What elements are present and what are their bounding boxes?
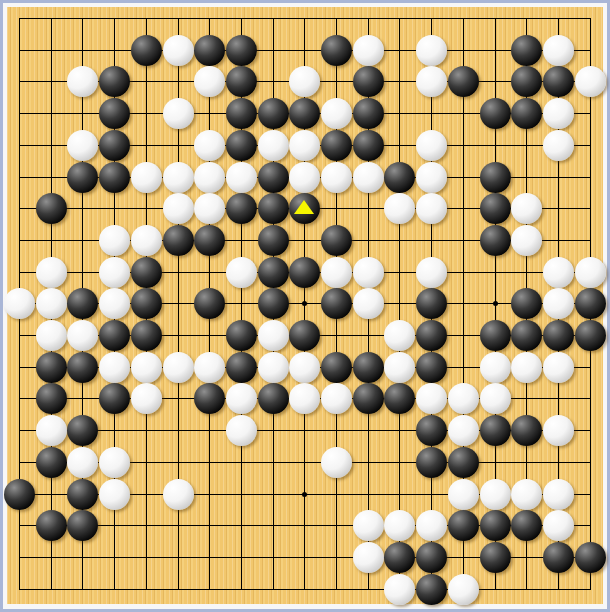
black-stone[interactable]	[226, 130, 257, 161]
white-stone[interactable]	[321, 447, 352, 478]
white-stone[interactable]	[448, 574, 479, 605]
black-stone[interactable]	[321, 130, 352, 161]
black-stone[interactable]	[67, 479, 98, 510]
black-stone[interactable]	[353, 66, 384, 97]
black-stone[interactable]	[258, 383, 289, 414]
white-stone[interactable]	[353, 257, 384, 288]
black-stone[interactable]	[384, 542, 415, 573]
white-stone[interactable]	[416, 193, 447, 224]
black-stone[interactable]	[511, 510, 542, 541]
black-stone[interactable]	[36, 447, 67, 478]
white-stone[interactable]	[289, 162, 320, 193]
star-point	[493, 301, 498, 306]
black-stone[interactable]	[384, 162, 415, 193]
white-stone[interactable]	[543, 35, 574, 66]
white-stone[interactable]	[321, 162, 352, 193]
black-stone[interactable]	[194, 225, 225, 256]
black-stone[interactable]	[194, 383, 225, 414]
white-stone[interactable]	[353, 542, 384, 573]
white-stone[interactable]	[289, 66, 320, 97]
black-stone[interactable]	[67, 352, 98, 383]
white-stone[interactable]	[321, 257, 352, 288]
black-stone[interactable]	[543, 66, 574, 97]
white-stone[interactable]	[99, 288, 130, 319]
black-stone[interactable]	[226, 193, 257, 224]
black-stone[interactable]	[131, 320, 162, 351]
black-stone[interactable]	[353, 98, 384, 129]
white-stone[interactable]	[448, 479, 479, 510]
last-move-triangle-marker	[294, 200, 314, 214]
black-stone[interactable]	[511, 66, 542, 97]
black-stone[interactable]	[258, 162, 289, 193]
black-stone[interactable]	[480, 162, 511, 193]
white-stone[interactable]	[226, 257, 257, 288]
black-stone[interactable]	[258, 257, 289, 288]
black-stone[interactable]	[416, 320, 447, 351]
black-stone[interactable]	[384, 383, 415, 414]
white-stone[interactable]	[511, 352, 542, 383]
black-stone[interactable]	[353, 352, 384, 383]
white-stone[interactable]	[67, 320, 98, 351]
black-stone[interactable]	[131, 35, 162, 66]
white-stone[interactable]	[353, 162, 384, 193]
black-stone[interactable]	[226, 98, 257, 129]
black-stone[interactable]	[226, 320, 257, 351]
black-stone[interactable]	[36, 193, 67, 224]
white-stone[interactable]	[543, 415, 574, 446]
star-point	[302, 492, 307, 497]
black-stone[interactable]	[416, 415, 447, 446]
black-stone[interactable]	[416, 574, 447, 605]
black-stone[interactable]	[67, 415, 98, 446]
black-stone[interactable]	[321, 225, 352, 256]
white-stone[interactable]	[226, 383, 257, 414]
black-stone[interactable]	[258, 225, 289, 256]
black-stone[interactable]	[543, 320, 574, 351]
black-stone[interactable]	[226, 66, 257, 97]
black-stone[interactable]	[480, 320, 511, 351]
white-stone[interactable]	[543, 257, 574, 288]
black-stone[interactable]	[226, 35, 257, 66]
black-stone[interactable]	[67, 510, 98, 541]
black-stone[interactable]	[258, 193, 289, 224]
white-stone[interactable]	[289, 130, 320, 161]
black-stone[interactable]	[99, 130, 130, 161]
white-stone[interactable]	[543, 352, 574, 383]
white-stone[interactable]	[163, 35, 194, 66]
black-stone[interactable]	[321, 288, 352, 319]
black-stone[interactable]	[480, 225, 511, 256]
black-stone[interactable]	[194, 35, 225, 66]
white-stone[interactable]	[416, 383, 447, 414]
white-stone[interactable]	[511, 479, 542, 510]
white-stone[interactable]	[448, 383, 479, 414]
white-stone[interactable]	[543, 288, 574, 319]
white-stone[interactable]	[511, 225, 542, 256]
white-stone[interactable]	[99, 225, 130, 256]
white-stone[interactable]	[194, 66, 225, 97]
white-stone[interactable]	[258, 130, 289, 161]
white-stone[interactable]	[226, 415, 257, 446]
white-stone[interactable]	[67, 66, 98, 97]
black-stone[interactable]	[131, 288, 162, 319]
white-stone[interactable]	[194, 193, 225, 224]
black-stone[interactable]	[258, 288, 289, 319]
white-stone[interactable]	[36, 257, 67, 288]
black-stone[interactable]	[416, 447, 447, 478]
white-stone[interactable]	[575, 66, 606, 97]
black-stone[interactable]	[99, 383, 130, 414]
white-stone[interactable]	[543, 98, 574, 129]
white-stone[interactable]	[131, 352, 162, 383]
white-stone[interactable]	[226, 162, 257, 193]
black-stone[interactable]	[4, 479, 35, 510]
black-stone[interactable]	[131, 257, 162, 288]
black-stone[interactable]	[36, 383, 67, 414]
black-stone[interactable]	[511, 320, 542, 351]
black-stone[interactable]	[99, 162, 130, 193]
white-stone[interactable]	[480, 383, 511, 414]
white-stone[interactable]	[99, 447, 130, 478]
black-stone[interactable]	[99, 66, 130, 97]
white-stone[interactable]	[67, 447, 98, 478]
white-stone[interactable]	[448, 415, 479, 446]
white-stone[interactable]	[131, 162, 162, 193]
black-stone[interactable]	[480, 415, 511, 446]
white-stone[interactable]	[321, 383, 352, 414]
black-stone[interactable]	[511, 98, 542, 129]
white-stone[interactable]	[384, 352, 415, 383]
white-stone[interactable]	[194, 162, 225, 193]
grid-line-horizontal	[19, 589, 591, 590]
white-stone[interactable]	[416, 162, 447, 193]
black-stone[interactable]	[258, 98, 289, 129]
white-stone[interactable]	[163, 193, 194, 224]
black-stone[interactable]	[353, 130, 384, 161]
black-stone[interactable]	[289, 320, 320, 351]
black-stone[interactable]	[99, 98, 130, 129]
white-stone[interactable]	[353, 35, 384, 66]
black-stone[interactable]	[511, 288, 542, 319]
white-stone[interactable]	[289, 383, 320, 414]
white-stone[interactable]	[480, 352, 511, 383]
black-stone[interactable]	[321, 352, 352, 383]
black-stone[interactable]	[194, 288, 225, 319]
white-stone[interactable]	[99, 257, 130, 288]
white-stone[interactable]	[163, 352, 194, 383]
white-stone[interactable]	[99, 352, 130, 383]
black-stone[interactable]	[480, 542, 511, 573]
white-stone[interactable]	[67, 130, 98, 161]
white-stone[interactable]	[416, 66, 447, 97]
star-point	[302, 301, 307, 306]
white-stone[interactable]	[543, 479, 574, 510]
grid-line-vertical	[399, 18, 400, 590]
black-stone[interactable]	[543, 542, 574, 573]
white-stone[interactable]	[384, 574, 415, 605]
black-stone[interactable]	[289, 98, 320, 129]
black-stone[interactable]	[99, 320, 130, 351]
white-stone[interactable]	[163, 98, 194, 129]
white-stone[interactable]	[36, 288, 67, 319]
black-stone[interactable]	[353, 383, 384, 414]
black-stone[interactable]	[36, 510, 67, 541]
black-stone[interactable]	[289, 257, 320, 288]
black-stone[interactable]	[321, 35, 352, 66]
white-stone[interactable]	[575, 257, 606, 288]
white-stone[interactable]	[163, 162, 194, 193]
black-stone[interactable]	[163, 225, 194, 256]
white-stone[interactable]	[416, 510, 447, 541]
white-stone[interactable]	[543, 130, 574, 161]
white-stone[interactable]	[543, 510, 574, 541]
white-stone[interactable]	[258, 352, 289, 383]
white-stone[interactable]	[36, 415, 67, 446]
white-stone[interactable]	[384, 193, 415, 224]
black-stone[interactable]	[575, 542, 606, 573]
white-stone[interactable]	[4, 288, 35, 319]
black-stone[interactable]	[480, 510, 511, 541]
white-stone[interactable]	[416, 257, 447, 288]
black-stone[interactable]	[416, 352, 447, 383]
white-stone[interactable]	[384, 320, 415, 351]
black-stone[interactable]	[416, 542, 447, 573]
black-stone[interactable]	[575, 320, 606, 351]
white-stone[interactable]	[353, 288, 384, 319]
black-stone[interactable]	[575, 288, 606, 319]
black-stone[interactable]	[511, 415, 542, 446]
white-stone[interactable]	[353, 510, 384, 541]
black-stone[interactable]	[480, 193, 511, 224]
white-stone[interactable]	[416, 35, 447, 66]
black-stone[interactable]	[448, 447, 479, 478]
white-stone[interactable]	[416, 130, 447, 161]
white-stone[interactable]	[194, 130, 225, 161]
white-stone[interactable]	[289, 352, 320, 383]
white-stone[interactable]	[99, 479, 130, 510]
white-stone[interactable]	[194, 352, 225, 383]
white-stone[interactable]	[511, 193, 542, 224]
black-stone[interactable]	[67, 162, 98, 193]
white-stone[interactable]	[131, 225, 162, 256]
black-stone[interactable]	[448, 510, 479, 541]
white-stone[interactable]	[384, 510, 415, 541]
black-stone[interactable]	[480, 98, 511, 129]
black-stone[interactable]	[448, 66, 479, 97]
white-stone[interactable]	[258, 320, 289, 351]
black-stone[interactable]	[67, 288, 98, 319]
white-stone[interactable]	[480, 479, 511, 510]
white-stone[interactable]	[36, 320, 67, 351]
white-stone[interactable]	[321, 98, 352, 129]
black-stone[interactable]	[226, 352, 257, 383]
black-stone[interactable]	[511, 35, 542, 66]
white-stone[interactable]	[131, 383, 162, 414]
white-stone[interactable]	[163, 479, 194, 510]
black-stone[interactable]	[36, 352, 67, 383]
black-stone[interactable]	[416, 288, 447, 319]
